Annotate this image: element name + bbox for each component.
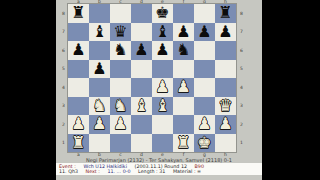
rank-label-5: 5 <box>239 60 244 79</box>
square-d1 <box>131 134 152 153</box>
square-a3 <box>68 97 89 116</box>
square-c2: ♟ <box>110 115 131 134</box>
square-e6: ♟ <box>152 41 173 60</box>
square-h5 <box>215 60 236 79</box>
square-e1 <box>152 134 173 153</box>
square-b6 <box>89 41 110 60</box>
eco-code: B90 <box>195 164 204 169</box>
rank-label-5: 5 <box>61 60 66 79</box>
piece-white-bishop: ♝ <box>152 97 173 116</box>
square-e7: ♝ <box>152 23 173 42</box>
square-g5 <box>194 60 215 79</box>
next-label: Next : <box>86 169 100 174</box>
rank-labels-left: 87654321 <box>61 4 66 152</box>
square-a7 <box>68 23 89 42</box>
rank-label-1: 1 <box>61 134 66 153</box>
square-c4 <box>110 78 131 97</box>
square-c7: ♛ <box>110 23 131 42</box>
square-f2 <box>173 115 194 134</box>
event-name: Wch U12 Halkidiki <box>83 164 127 169</box>
square-f6: ♞ <box>173 41 194 60</box>
piece-black-pawn: ♟ <box>215 23 236 42</box>
square-h8: ♜ <box>215 4 236 23</box>
next-move: 11. ... 0-0 <box>107 169 130 174</box>
rank-label-1: 1 <box>239 134 244 153</box>
material-balance: Material : = <box>173 169 201 174</box>
piece-white-pawn: ♟ <box>194 115 215 134</box>
piece-black-queen: ♛ <box>110 23 131 42</box>
square-h7: ♟ <box>215 23 236 42</box>
rank-label-8: 8 <box>239 4 244 23</box>
square-f4: ♟ <box>173 78 194 97</box>
piece-black-pawn: ♟ <box>194 23 215 42</box>
move-caption: 11. Qh3 Next : 11. ... 0-0 Length : 31 M… <box>59 169 207 174</box>
piece-white-pawn: ♟ <box>89 115 110 134</box>
piece-white-pawn: ♟ <box>152 78 173 97</box>
square-f3 <box>173 97 194 116</box>
rank-label-2: 2 <box>239 115 244 134</box>
square-b1 <box>89 134 110 153</box>
square-d7 <box>131 23 152 42</box>
piece-black-rook: ♜ <box>215 4 236 23</box>
square-d6: ♟ <box>131 41 152 60</box>
square-d2 <box>131 115 152 134</box>
square-e3: ♝ <box>152 97 173 116</box>
rank-label-6: 6 <box>61 41 66 60</box>
piece-white-king: ♚ <box>194 134 215 153</box>
square-b5: ♟ <box>89 60 110 79</box>
piece-white-bishop: ♝ <box>131 97 152 116</box>
square-b2: ♟ <box>89 115 110 134</box>
piece-black-knight: ♞ <box>110 41 131 60</box>
rank-label-7: 7 <box>239 23 244 42</box>
square-d4 <box>131 78 152 97</box>
square-b3: ♞ <box>89 97 110 116</box>
rank-label-3: 3 <box>61 97 66 116</box>
video-frame: { "game": "chess", "position": "r3k2r/1b… <box>0 0 320 180</box>
piece-black-pawn: ♟ <box>173 23 194 42</box>
game-length: Length : 31 <box>138 169 165 174</box>
rank-label-8: 8 <box>61 4 66 23</box>
square-a5 <box>68 60 89 79</box>
square-f8 <box>173 4 194 23</box>
square-g4 <box>194 78 215 97</box>
square-g8 <box>194 4 215 23</box>
square-g3 <box>194 97 215 116</box>
event-date-round: (2003.11.1) Round 12 <box>135 164 188 169</box>
event-label: Event : <box>59 164 76 169</box>
square-c6: ♞ <box>110 41 131 60</box>
piece-white-rook: ♜ <box>68 134 89 153</box>
square-a2: ♟ <box>68 115 89 134</box>
piece-black-bishop: ♝ <box>89 23 110 42</box>
square-d8 <box>131 4 152 23</box>
rank-label-4: 4 <box>239 78 244 97</box>
rank-label-6: 6 <box>239 41 244 60</box>
info-bar: Event : Wch U12 Halkidiki (2003.11.1) Ro… <box>56 163 262 175</box>
square-g1: ♚ <box>194 134 215 153</box>
piece-white-pawn: ♟ <box>215 115 236 134</box>
rank-label-4: 4 <box>61 78 66 97</box>
square-e4: ♟ <box>152 78 173 97</box>
square-g7: ♟ <box>194 23 215 42</box>
square-h6 <box>215 41 236 60</box>
piece-black-pawn: ♟ <box>152 41 173 60</box>
square-h3: ♛ <box>215 97 236 116</box>
square-h2: ♟ <box>215 115 236 134</box>
square-c3: ♞ <box>110 97 131 116</box>
square-g2: ♟ <box>194 115 215 134</box>
chess-board: ♜♚♜♝♛♝♟♟♟♟♞♟♟♞♟♟♟♞♞♝♝♛♟♟♟♟♟♜♜♚ <box>68 4 236 152</box>
square-f1: ♜ <box>173 134 194 153</box>
square-a6: ♟ <box>68 41 89 60</box>
rank-label-7: 7 <box>61 23 66 42</box>
piece-black-pawn: ♟ <box>89 60 110 79</box>
square-d3: ♝ <box>131 97 152 116</box>
square-b7: ♝ <box>89 23 110 42</box>
piece-black-pawn: ♟ <box>68 41 89 60</box>
piece-black-bishop: ♝ <box>152 23 173 42</box>
piece-black-knight: ♞ <box>173 41 194 60</box>
square-f7: ♟ <box>173 23 194 42</box>
current-move: 11. Qh3 <box>59 169 78 174</box>
square-c8 <box>110 4 131 23</box>
players-caption: Negi Parimarjan (2132) - Ter Sahakyan, S… <box>56 157 262 163</box>
square-g6 <box>194 41 215 60</box>
square-e2 <box>152 115 173 134</box>
square-c5 <box>110 60 131 79</box>
piece-white-knight: ♞ <box>89 97 110 116</box>
piece-black-rook: ♜ <box>68 4 89 23</box>
square-f5 <box>173 60 194 79</box>
square-d5 <box>131 60 152 79</box>
square-a4 <box>68 78 89 97</box>
square-b4 <box>89 78 110 97</box>
piece-white-pawn: ♟ <box>110 115 131 134</box>
square-c1 <box>110 134 131 153</box>
square-a1: ♜ <box>68 134 89 153</box>
piece-white-pawn: ♟ <box>68 115 89 134</box>
piece-white-queen: ♛ <box>215 97 236 116</box>
square-h1 <box>215 134 236 153</box>
piece-black-pawn: ♟ <box>131 41 152 60</box>
piece-white-rook: ♜ <box>173 134 194 153</box>
square-e5 <box>152 60 173 79</box>
rank-label-3: 3 <box>239 97 244 116</box>
rank-label-2: 2 <box>61 115 66 134</box>
piece-white-knight: ♞ <box>110 97 131 116</box>
square-e8: ♚ <box>152 4 173 23</box>
event-caption: Event : Wch U12 Halkidiki (2003.11.1) Ro… <box>59 164 210 169</box>
square-a8: ♜ <box>68 4 89 23</box>
square-h4 <box>215 78 236 97</box>
rank-labels-right: 87654321 <box>239 4 244 152</box>
square-b8 <box>89 4 110 23</box>
chessboard-panel: abcdefgh 87654321 ♜♚♜♝♛♝♟♟♟♟♞♟♟♞♟♟♟♞♞♝♝♛… <box>56 0 262 180</box>
piece-black-king: ♚ <box>152 4 173 23</box>
piece-white-pawn: ♟ <box>173 78 194 97</box>
